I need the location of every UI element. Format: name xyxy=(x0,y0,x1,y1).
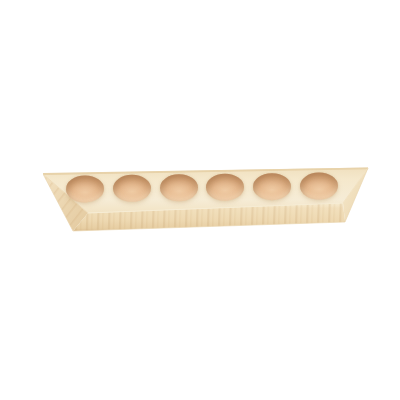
pit-4[interactable] xyxy=(206,173,244,200)
pit-grid xyxy=(62,168,342,205)
pit-cell-3[interactable] xyxy=(155,170,202,205)
pit-cell-5[interactable] xyxy=(248,169,295,204)
pit-1[interactable] xyxy=(66,175,104,202)
pit-cell-1[interactable] xyxy=(62,171,109,206)
pit-3[interactable] xyxy=(159,174,197,201)
pit-6[interactable] xyxy=(299,172,337,199)
pit-cell-2[interactable] xyxy=(108,171,155,206)
pit-2[interactable] xyxy=(113,174,151,201)
pit-cell-6[interactable] xyxy=(295,168,342,203)
product-photo-canvas xyxy=(0,0,400,400)
pit-5[interactable] xyxy=(253,172,291,199)
mancala-board xyxy=(43,166,369,232)
pit-cell-4[interactable] xyxy=(202,169,249,204)
